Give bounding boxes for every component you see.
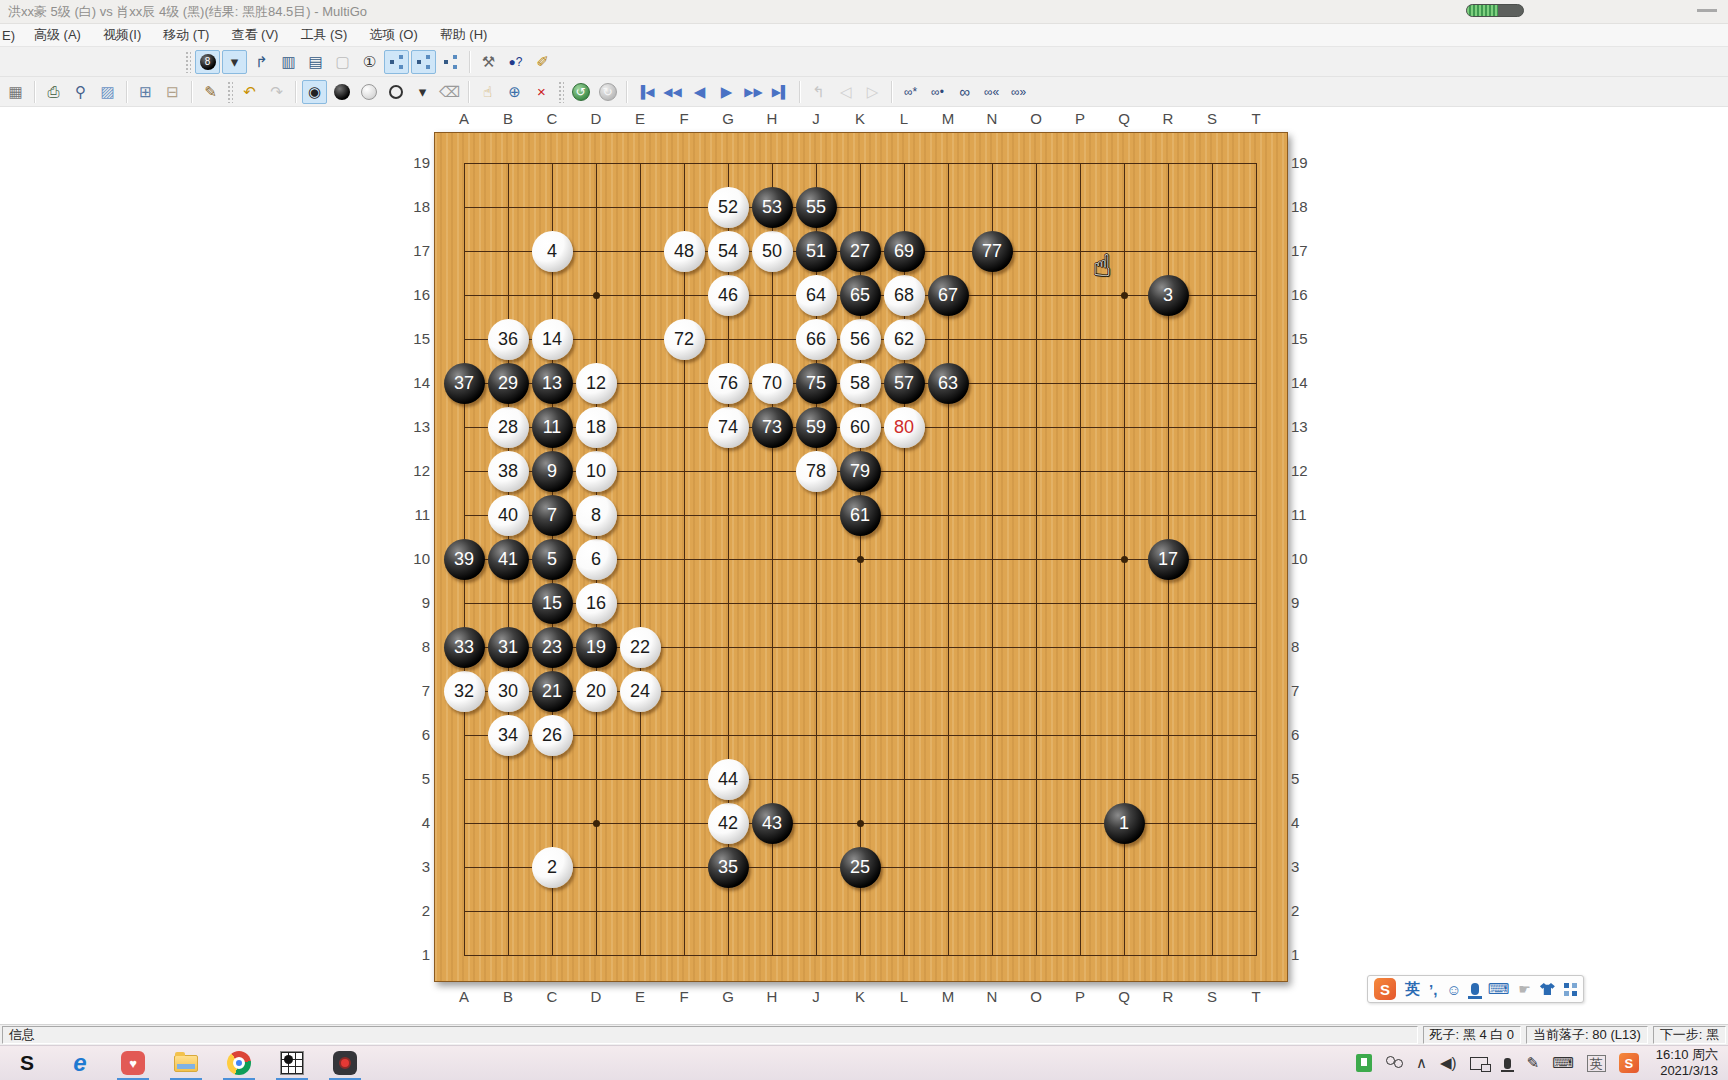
network-tray-icon[interactable] xyxy=(1470,1057,1488,1070)
back-circle-button[interactable]: ↺ xyxy=(568,80,593,104)
sep xyxy=(469,51,470,73)
sep xyxy=(468,81,469,103)
right-row-label: 1 xyxy=(1291,946,1317,963)
stone-J12: 78 xyxy=(796,451,837,492)
menu-item-6[interactable]: 选项 (O) xyxy=(358,24,428,46)
top-col-label: R xyxy=(1156,110,1180,127)
find-button[interactable]: ∞ xyxy=(952,80,977,104)
right-row-label: 12 xyxy=(1291,462,1317,479)
right-row-label: 16 xyxy=(1291,286,1317,303)
grid-line xyxy=(464,911,1257,912)
stone-K15: 56 xyxy=(840,319,881,360)
find-next-button[interactable]: ∞» xyxy=(1006,80,1031,104)
bottom-col-label: E xyxy=(628,988,652,1005)
right-row-label: 5 xyxy=(1291,770,1317,787)
stone-L15: 62 xyxy=(884,319,925,360)
left-row-label: 3 xyxy=(404,858,430,875)
stone-C17: 4 xyxy=(532,231,573,272)
stone-D8: 19 xyxy=(576,627,617,668)
microphone-tray-icon[interactable] xyxy=(1504,1058,1511,1069)
star-point xyxy=(1121,556,1128,563)
clock-date: 2021/3/13 xyxy=(1656,1063,1718,1079)
top-col-label: O xyxy=(1024,110,1048,127)
stone-E8: 22 xyxy=(620,627,661,668)
sep xyxy=(34,81,35,103)
left-row-label: 7 xyxy=(404,682,430,699)
copy-button[interactable]: ⊞ xyxy=(133,80,158,104)
toolbar-display: 8▾↱▥▤▢①⚒●?✐ xyxy=(0,47,1728,77)
star-point xyxy=(1121,292,1128,299)
right-row-label: 2 xyxy=(1291,902,1317,919)
print-button[interactable]: ⎙ xyxy=(41,80,66,104)
touch-keyboard-icon[interactable]: ⌨ xyxy=(1552,1054,1574,1072)
right-row-label: 9 xyxy=(1291,594,1317,611)
stone-M14: 63 xyxy=(928,363,969,404)
chrome-icon-glyph xyxy=(227,1051,251,1075)
grid-line xyxy=(992,163,993,956)
mark-dropdown[interactable]: ▾ xyxy=(410,80,435,104)
bottom-col-label: B xyxy=(496,988,520,1005)
undo-button[interactable]: ↶ xyxy=(237,80,262,104)
menu-item-7[interactable]: 帮助 (H) xyxy=(429,24,499,46)
stone-N17: 77 xyxy=(972,231,1013,272)
label-marks-button[interactable]: ▥ xyxy=(276,50,301,74)
white-stone-tool[interactable] xyxy=(356,80,381,104)
stone-D7: 20 xyxy=(576,671,617,712)
stone-R16: 3 xyxy=(1148,275,1189,316)
context-help-button[interactable]: ●? xyxy=(503,50,528,74)
grid-line xyxy=(464,955,1257,956)
left-row-label: 8 xyxy=(404,638,430,655)
file-explorer-icon-glyph xyxy=(174,1055,198,1072)
sogou-desktop-icon[interactable]: S xyxy=(14,1050,40,1076)
stone-K16: 65 xyxy=(840,275,881,316)
stone-C9: 15 xyxy=(532,583,573,624)
show-hidden-icons[interactable]: ∧ xyxy=(1416,1054,1427,1072)
eraser-tool[interactable]: ⌫ xyxy=(437,80,462,104)
grid-line xyxy=(1212,163,1213,956)
right-row-label: 15 xyxy=(1291,330,1317,347)
stone-A7: 32 xyxy=(444,671,485,712)
dashed-board-button[interactable]: ▤ xyxy=(303,50,328,74)
stone-C11: 7 xyxy=(532,495,573,536)
tree-view-right-button[interactable] xyxy=(411,50,436,74)
export-image-button[interactable]: ▨ xyxy=(95,80,120,104)
stone-B8: 31 xyxy=(488,627,529,668)
forward-circle-button[interactable]: ↻ xyxy=(595,80,620,104)
stone-B13: 28 xyxy=(488,407,529,448)
pen-tray-icon[interactable]: ✎ xyxy=(1527,1054,1540,1072)
right-row-label: 7 xyxy=(1291,682,1317,699)
stone-C14: 13 xyxy=(532,363,573,404)
bottom-col-label: D xyxy=(584,988,608,1005)
stone-J13: 59 xyxy=(796,407,837,448)
right-row-label: 11 xyxy=(1291,506,1317,523)
stone-D11: 8 xyxy=(576,495,617,536)
stone-H13: 73 xyxy=(752,407,793,448)
top-col-label: L xyxy=(892,110,916,127)
stone-H4: 43 xyxy=(752,803,793,844)
stone-A14: 37 xyxy=(444,363,485,404)
stone-A10: 39 xyxy=(444,539,485,580)
status-current-move: 当前落子: 80 (L13) xyxy=(1526,1026,1648,1044)
right-row-label: 3 xyxy=(1291,858,1317,875)
right-row-label: 10 xyxy=(1291,550,1317,567)
grid-line xyxy=(1256,163,1257,956)
bottom-col-label: F xyxy=(672,988,696,1005)
brush-button[interactable]: ✐ xyxy=(530,50,555,74)
bottom-col-label: C xyxy=(540,988,564,1005)
print-preview-button[interactable]: ⚲ xyxy=(68,80,93,104)
stone-J17: 51 xyxy=(796,231,837,272)
left-row-label: 12 xyxy=(404,462,430,479)
stone-C7: 21 xyxy=(532,671,573,712)
stone-G5: 44 xyxy=(708,759,749,800)
stone-C13: 11 xyxy=(532,407,573,448)
right-row-label: 8 xyxy=(1291,638,1317,655)
left-row-label: 5 xyxy=(404,770,430,787)
bottom-col-label: G xyxy=(716,988,740,1005)
clock-time: 16:10 周六 xyxy=(1656,1047,1718,1063)
ring-mark-tool[interactable] xyxy=(383,80,408,104)
emoji-button[interactable]: ☺ xyxy=(1446,981,1461,998)
menu-item-1[interactable]: 高级 (A) xyxy=(23,24,92,46)
taskbar-clock[interactable]: 16:10 周六 2021/3/13 xyxy=(1656,1047,1718,1080)
sep xyxy=(295,81,296,103)
sep xyxy=(626,81,627,103)
title-bar: 洪xx豪 5级 (白) vs 肖xx辰 4级 (黑)(结果: 黑胜84.5目) … xyxy=(0,0,1728,24)
left-row-label: 18 xyxy=(404,198,430,215)
find-comment-button[interactable]: ∞* xyxy=(898,80,923,104)
top-col-label: F xyxy=(672,110,696,127)
left-row-label: 9 xyxy=(404,594,430,611)
stone-G14: 76 xyxy=(708,363,749,404)
punctuation-button[interactable]: ’, xyxy=(1429,981,1437,998)
stone-G16: 46 xyxy=(708,275,749,316)
stone-E7: 24 xyxy=(620,671,661,712)
drag-handle[interactable] xyxy=(558,81,564,103)
find-prev-button[interactable]: ∞« xyxy=(979,80,1004,104)
stone-J14: 75 xyxy=(796,363,837,404)
sep xyxy=(126,81,127,103)
insert-node-button[interactable]: ⊕ xyxy=(502,80,527,104)
select-tool-button[interactable]: ◉ xyxy=(302,80,327,104)
bottom-col-label: T xyxy=(1244,988,1268,1005)
right-row-label: 4 xyxy=(1291,814,1317,831)
status-bar: 信息 死子: 黑 4 白 0 当前落子: 80 (L13) 下一步: 黑 xyxy=(0,1024,1728,1045)
bottom-col-label: J xyxy=(804,988,828,1005)
skin-button[interactable] xyxy=(1540,983,1555,995)
grid-line xyxy=(1080,163,1081,956)
last-move-button[interactable]: ▶▌ xyxy=(768,80,793,104)
screen-recorder-icon[interactable] xyxy=(332,1050,358,1076)
stone-L13: 80 xyxy=(884,407,925,448)
stone-D13: 18 xyxy=(576,407,617,448)
stone-C3: 2 xyxy=(532,847,573,888)
bottom-col-label: L xyxy=(892,988,916,1005)
status-next-player: 下一步: 黑 xyxy=(1653,1026,1726,1044)
sep xyxy=(891,81,892,103)
fast-forward-button[interactable]: ▶▶ xyxy=(741,80,766,104)
right-row-label: 13 xyxy=(1291,418,1317,435)
sogou-logo[interactable]: S xyxy=(1374,978,1396,1000)
stone-D12: 10 xyxy=(576,451,617,492)
drag-handle[interactable] xyxy=(227,81,233,103)
download-app-icon-glyph: ♥ xyxy=(121,1051,145,1075)
bottom-col-label: P xyxy=(1068,988,1092,1005)
delete-node-button[interactable]: × xyxy=(529,80,554,104)
top-col-label: B xyxy=(496,110,520,127)
top-col-label: D xyxy=(584,110,608,127)
stone-D10: 6 xyxy=(576,539,617,580)
bottom-col-label: A xyxy=(452,988,476,1005)
blank-board-button[interactable]: ▢ xyxy=(330,50,355,74)
grid-line xyxy=(464,779,1257,780)
stone-G3: 35 xyxy=(708,847,749,888)
stone-B11: 40 xyxy=(488,495,529,536)
english-mode-button[interactable]: 英 xyxy=(1405,980,1420,999)
stone-J16: 64 xyxy=(796,275,837,316)
bottom-col-label: O xyxy=(1024,988,1048,1005)
left-row-label: 11 xyxy=(404,506,430,523)
stone-B10: 41 xyxy=(488,539,529,580)
stone-G13: 74 xyxy=(708,407,749,448)
stone-C8: 23 xyxy=(532,627,573,668)
stone-K11: 61 xyxy=(840,495,881,536)
left-row-label: 4 xyxy=(404,814,430,831)
stone-L14: 57 xyxy=(884,363,925,404)
stone-C12: 9 xyxy=(532,451,573,492)
top-col-label: N xyxy=(980,110,1004,127)
left-row-label: 19 xyxy=(404,154,430,171)
top-col-label: Q xyxy=(1112,110,1136,127)
stone-M16: 67 xyxy=(928,275,969,316)
ime-toolbar: S英’,☺⌨☛ xyxy=(1367,975,1584,1003)
multigo-icon[interactable] xyxy=(279,1050,305,1076)
stone-C15: 14 xyxy=(532,319,573,360)
menu-item-4[interactable]: 查看 (V) xyxy=(220,24,289,46)
left-row-label: 16 xyxy=(404,286,430,303)
top-col-label: H xyxy=(760,110,784,127)
redo-button[interactable]: ↷ xyxy=(264,80,289,104)
stone-H17: 50 xyxy=(752,231,793,272)
stone-H18: 53 xyxy=(752,187,793,228)
screen-recorder-icon-glyph xyxy=(333,1051,357,1075)
star-point xyxy=(593,820,600,827)
stone-B14: 29 xyxy=(488,363,529,404)
overlay-minimize-button[interactable] xyxy=(1697,9,1717,12)
ime-mode-icon[interactable]: 英 xyxy=(1587,1055,1606,1072)
stone-C6: 26 xyxy=(532,715,573,756)
download-app-icon[interactable]: ♥ xyxy=(120,1050,146,1076)
top-col-label: G xyxy=(716,110,740,127)
stone-D14: 12 xyxy=(576,363,617,404)
stone-B12: 38 xyxy=(488,451,529,492)
fast-back-button[interactable]: ◀◀ xyxy=(660,80,685,104)
stone-J15: 66 xyxy=(796,319,837,360)
stone-A8: 33 xyxy=(444,627,485,668)
right-row-label: 19 xyxy=(1291,154,1317,171)
bottom-col-label: R xyxy=(1156,988,1180,1005)
sogou-desktop-icon-glyph: S xyxy=(20,1051,34,1075)
stone-B15: 36 xyxy=(488,319,529,360)
stone-F17: 48 xyxy=(664,231,705,272)
people-tray-icon[interactable] xyxy=(1385,1056,1403,1070)
top-col-label: M xyxy=(936,110,960,127)
recorder-progress-bar xyxy=(1466,4,1524,17)
next-move-button[interactable]: ▶ xyxy=(714,80,739,104)
bottom-col-label: M xyxy=(936,988,960,1005)
stone-D9: 16 xyxy=(576,583,617,624)
top-col-label: P xyxy=(1068,110,1092,127)
tree-view-left-button[interactable] xyxy=(384,50,409,74)
number-one-button[interactable]: ① xyxy=(357,50,382,74)
properties-button[interactable]: ✎ xyxy=(198,80,223,104)
toolbox-button[interactable] xyxy=(1564,983,1569,988)
left-row-label: 15 xyxy=(404,330,430,347)
edge-icon[interactable]: e xyxy=(67,1050,93,1076)
stone-K12: 79 xyxy=(840,451,881,492)
menu-item-3[interactable]: 移动 (T) xyxy=(152,24,220,46)
soft-keyboard-button[interactable]: ⌨ xyxy=(1488,980,1510,998)
menu-bar: E)高级 (A)视频(I)移动 (T)查看 (V)工具 (S)选项 (O)帮助 … xyxy=(0,24,1728,47)
grid-line xyxy=(1036,163,1037,956)
hand-cursor: ☝ xyxy=(1093,248,1111,283)
bottom-col-label: N xyxy=(980,988,1004,1005)
left-row-label: 1 xyxy=(404,946,430,963)
stone-K3: 25 xyxy=(840,847,881,888)
usb-tray-icon[interactable] xyxy=(1356,1054,1372,1072)
left-row-label: 17 xyxy=(404,242,430,259)
stone-L17: 69 xyxy=(884,231,925,272)
left-row-label: 10 xyxy=(404,550,430,567)
show-move-numbers-button[interactable]: 8 xyxy=(195,50,220,74)
stone-K13: 60 xyxy=(840,407,881,448)
top-col-label: K xyxy=(848,110,872,127)
board-partial-icon[interactable]: ▦ xyxy=(3,80,28,104)
sogou-tray-icon[interactable]: S xyxy=(1619,1053,1639,1073)
left-row-label: 6 xyxy=(404,726,430,743)
stone-G4: 42 xyxy=(708,803,749,844)
status-info: 信息 xyxy=(2,1026,1418,1044)
toolbar-main: ▦⎙⚲▨⊞⊟✎↶↷◉▾⌫☝⊕×↺↻▐◀◀◀◀▶▶▶▶▌↰◁▷∞*∞•∞∞«∞» xyxy=(0,77,1728,107)
bottom-col-label: H xyxy=(760,988,784,1005)
stone-Q4: 1 xyxy=(1104,803,1145,844)
multigo-icon-glyph xyxy=(280,1051,304,1075)
stone-R10: 17 xyxy=(1148,539,1189,580)
tree-plain-button[interactable] xyxy=(438,50,463,74)
bottom-col-label: Q xyxy=(1112,988,1136,1005)
star-point xyxy=(857,820,864,827)
stone-K14: 58 xyxy=(840,363,881,404)
volume-tray-icon[interactable]: ◀) xyxy=(1440,1054,1457,1072)
stone-H14: 70 xyxy=(752,363,793,404)
right-row-label: 17 xyxy=(1291,242,1317,259)
right-row-label: 14 xyxy=(1291,374,1317,391)
top-col-label: A xyxy=(452,110,476,127)
top-col-label: J xyxy=(804,110,828,127)
prev-variation-button[interactable]: ◁ xyxy=(833,80,858,104)
stone-C10: 5 xyxy=(532,539,573,580)
bottom-col-label: S xyxy=(1200,988,1224,1005)
right-row-label: 6 xyxy=(1291,726,1317,743)
star-point xyxy=(593,292,600,299)
left-row-label: 13 xyxy=(404,418,430,435)
status-dead-stones: 死子: 黑 4 白 0 xyxy=(1423,1026,1522,1044)
top-col-label: C xyxy=(540,110,564,127)
next-variation-button[interactable]: ▷ xyxy=(860,80,885,104)
parent-node-button[interactable]: ↰ xyxy=(806,80,831,104)
edge-icon-glyph: e xyxy=(73,1049,86,1077)
move-number-dropdown[interactable]: ▾ xyxy=(222,50,247,74)
drag-handle[interactable] xyxy=(185,51,191,73)
handwriting-button[interactable]: ☛ xyxy=(1518,981,1531,997)
file-explorer-icon[interactable] xyxy=(173,1050,199,1076)
sep xyxy=(191,81,192,103)
voice-input-button[interactable] xyxy=(1471,983,1479,995)
top-col-label: E xyxy=(628,110,652,127)
find-mark-button[interactable]: ∞• xyxy=(925,80,950,104)
stone-J18: 55 xyxy=(796,187,837,228)
variation-marks-button[interactable]: ↱ xyxy=(249,50,274,74)
recorder-progress-fill xyxy=(1467,5,1498,16)
star-point xyxy=(857,556,864,563)
top-col-label: S xyxy=(1200,110,1224,127)
menu-item-5[interactable]: 工具 (S) xyxy=(289,24,358,46)
left-row-label: 2 xyxy=(404,902,430,919)
right-row-label: 18 xyxy=(1291,198,1317,215)
first-move-button[interactable]: ▐◀ xyxy=(633,80,658,104)
top-col-label: T xyxy=(1244,110,1268,127)
chrome-icon[interactable] xyxy=(226,1050,252,1076)
stone-B7: 30 xyxy=(488,671,529,712)
tools-button[interactable]: ⚒ xyxy=(476,50,501,74)
bottom-col-label: K xyxy=(848,988,872,1005)
stone-K17: 27 xyxy=(840,231,881,272)
left-row-label: 14 xyxy=(404,374,430,391)
taskbar: Se♥ ∧◀)✎⌨英S 16:10 周六 2021/3/13 xyxy=(0,1045,1728,1080)
sep xyxy=(799,81,800,103)
black-stone-tool[interactable] xyxy=(329,80,354,104)
pan-hand-button[interactable]: ☝ xyxy=(475,80,500,104)
stone-B6: 34 xyxy=(488,715,529,756)
menu-item-2[interactable]: 视频(I) xyxy=(92,24,152,46)
stone-G17: 54 xyxy=(708,231,749,272)
paste-button[interactable]: ⊟ xyxy=(160,80,185,104)
multigo-window: 洪xx豪 5级 (白) vs 肖xx辰 4级 (黑)(结果: 黑胜84.5目) … xyxy=(0,0,1728,1080)
grid-line xyxy=(464,735,1257,736)
stone-F15: 72 xyxy=(664,319,705,360)
stone-L16: 68 xyxy=(884,275,925,316)
prev-move-button[interactable]: ◀ xyxy=(687,80,712,104)
window-title: 洪xx豪 5级 (白) vs 肖xx辰 4级 (黑)(结果: 黑胜84.5目) … xyxy=(8,3,367,21)
menu-item-0[interactable]: E) xyxy=(0,26,23,45)
stone-G18: 52 xyxy=(708,187,749,228)
